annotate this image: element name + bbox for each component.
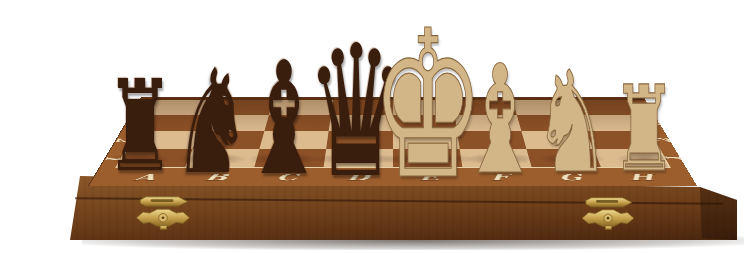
piece-light-rook-h1: ♜: [611, 70, 677, 188]
piece-dark-rook-a1: ♜: [105, 64, 175, 190]
pieces-layer: ♜♞♝♛♚♝♞♜: [0, 0, 750, 253]
piece-light-bishop-f1: ♝: [458, 45, 541, 195]
chess-set-photo: 44332211ABCDEFGH ♜♞♝♛♚♝♞♜: [0, 0, 750, 253]
piece-light-knight-g1: ♞: [533, 53, 611, 193]
